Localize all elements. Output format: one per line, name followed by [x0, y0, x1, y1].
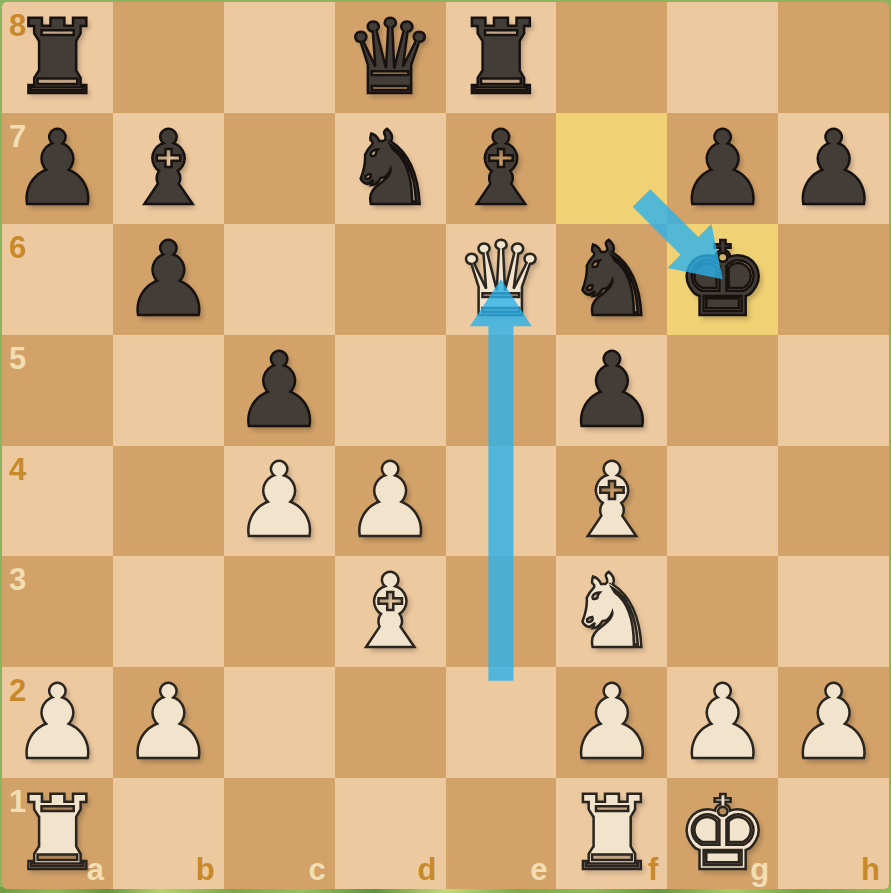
square-g5[interactable]	[667, 335, 778, 446]
black-knight[interactable]: ♞	[566, 228, 658, 331]
black-queen[interactable]: ♛	[344, 6, 436, 109]
rank-label-7: 7	[9, 121, 26, 152]
square-a8[interactable]: 8♜	[2, 2, 113, 113]
square-d5[interactable]	[335, 335, 446, 446]
square-a3[interactable]: 3	[2, 556, 113, 667]
square-a1[interactable]: 1a♜	[2, 778, 113, 889]
white-pawn[interactable]: ♟	[122, 671, 214, 774]
square-c7[interactable]	[224, 113, 335, 224]
square-f2[interactable]: ♟	[556, 667, 667, 778]
rank-label-5: 5	[9, 343, 26, 374]
square-f8[interactable]	[556, 2, 667, 113]
black-pawn[interactable]: ♟	[233, 339, 325, 442]
square-f4[interactable]: ♝	[556, 446, 667, 557]
file-label-g: g	[750, 854, 769, 885]
file-label-c: c	[308, 854, 325, 885]
black-pawn[interactable]: ♟	[677, 117, 769, 220]
square-h7[interactable]: ♟	[778, 113, 889, 224]
square-b5[interactable]	[113, 335, 224, 446]
square-h3[interactable]	[778, 556, 889, 667]
square-e3[interactable]	[446, 556, 557, 667]
file-label-f: f	[648, 854, 658, 885]
square-b4[interactable]	[113, 446, 224, 557]
square-b7[interactable]: ♝	[113, 113, 224, 224]
file-label-e: e	[530, 854, 547, 885]
square-d7[interactable]: ♞	[335, 113, 446, 224]
square-b1[interactable]: b	[113, 778, 224, 889]
square-g2[interactable]: ♟	[667, 667, 778, 778]
square-a6[interactable]: 6	[2, 224, 113, 335]
rank-label-4: 4	[9, 454, 26, 485]
chess-board[interactable]: 8♜♛♜7♟♝♞♝♟♟6♟♛♞♚5♟♟4♟♟♝3♝♞2♟♟♟♟♟1a♜bcdef…	[2, 2, 889, 889]
square-d3[interactable]: ♝	[335, 556, 446, 667]
white-pawn[interactable]: ♟	[566, 671, 658, 774]
square-c1[interactable]: c	[224, 778, 335, 889]
file-label-d: d	[418, 854, 437, 885]
square-e6[interactable]: ♛	[446, 224, 557, 335]
white-knight[interactable]: ♞	[566, 560, 658, 663]
square-g6[interactable]: ♚	[667, 224, 778, 335]
square-f3[interactable]: ♞	[556, 556, 667, 667]
black-bishop[interactable]: ♝	[455, 117, 547, 220]
square-h1[interactable]: h	[778, 778, 889, 889]
white-bishop[interactable]: ♝	[566, 449, 658, 552]
square-e2[interactable]	[446, 667, 557, 778]
square-g3[interactable]	[667, 556, 778, 667]
square-c8[interactable]	[224, 2, 335, 113]
square-c3[interactable]	[224, 556, 335, 667]
white-bishop[interactable]: ♝	[344, 560, 436, 663]
square-a4[interactable]: 4	[2, 446, 113, 557]
white-pawn[interactable]: ♟	[677, 671, 769, 774]
square-g7[interactable]: ♟	[667, 113, 778, 224]
white-pawn[interactable]: ♟	[344, 449, 436, 552]
square-e5[interactable]	[446, 335, 557, 446]
square-f5[interactable]: ♟	[556, 335, 667, 446]
black-pawn[interactable]: ♟	[122, 228, 214, 331]
square-h8[interactable]	[778, 2, 889, 113]
square-d8[interactable]: ♛	[335, 2, 446, 113]
black-pawn[interactable]: ♟	[566, 339, 658, 442]
square-e1[interactable]: e	[446, 778, 557, 889]
rank-label-3: 3	[9, 564, 26, 595]
square-a7[interactable]: 7♟	[2, 113, 113, 224]
square-g1[interactable]: g♚	[667, 778, 778, 889]
white-queen[interactable]: ♛	[455, 228, 547, 331]
square-c4[interactable]: ♟	[224, 446, 335, 557]
file-label-a: a	[87, 854, 104, 885]
square-a5[interactable]: 5	[2, 335, 113, 446]
square-h2[interactable]: ♟	[778, 667, 889, 778]
square-e4[interactable]	[446, 446, 557, 557]
square-c6[interactable]	[224, 224, 335, 335]
square-b6[interactable]: ♟	[113, 224, 224, 335]
black-knight[interactable]: ♞	[344, 117, 436, 220]
square-d1[interactable]: d	[335, 778, 446, 889]
white-rook[interactable]: ♜	[566, 782, 658, 885]
square-g4[interactable]	[667, 446, 778, 557]
file-label-b: b	[196, 854, 215, 885]
square-d2[interactable]	[335, 667, 446, 778]
square-f1[interactable]: f♜	[556, 778, 667, 889]
square-f7[interactable]	[556, 113, 667, 224]
square-d6[interactable]	[335, 224, 446, 335]
square-b2[interactable]: ♟	[113, 667, 224, 778]
white-pawn[interactable]: ♟	[233, 449, 325, 552]
square-f6[interactable]: ♞	[556, 224, 667, 335]
square-g8[interactable]	[667, 2, 778, 113]
square-b3[interactable]	[113, 556, 224, 667]
square-e7[interactable]: ♝	[446, 113, 557, 224]
square-c2[interactable]	[224, 667, 335, 778]
square-h4[interactable]	[778, 446, 889, 557]
black-king[interactable]: ♚	[677, 228, 769, 331]
square-d4[interactable]: ♟	[335, 446, 446, 557]
white-pawn[interactable]: ♟	[787, 671, 879, 774]
square-e8[interactable]: ♜	[446, 2, 557, 113]
square-h6[interactable]	[778, 224, 889, 335]
rank-label-2: 2	[9, 675, 26, 706]
rank-label-1: 1	[9, 786, 26, 817]
rank-label-8: 8	[9, 10, 26, 41]
file-label-h: h	[861, 854, 880, 885]
square-c5[interactable]: ♟	[224, 335, 335, 446]
square-b8[interactable]	[113, 2, 224, 113]
black-pawn[interactable]: ♟	[787, 117, 879, 220]
rank-label-6: 6	[9, 232, 26, 263]
black-bishop[interactable]: ♝	[122, 117, 214, 220]
square-a2[interactable]: 2♟	[2, 667, 113, 778]
black-rook[interactable]: ♜	[455, 6, 547, 109]
square-h5[interactable]	[778, 335, 889, 446]
